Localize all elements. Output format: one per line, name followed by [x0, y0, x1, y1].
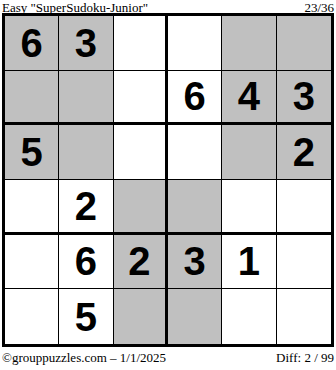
- cell-r5c6-empty[interactable]: [277, 235, 331, 290]
- cell-r3c5-empty[interactable]: [222, 125, 276, 180]
- cell-r2c1-empty[interactable]: [5, 71, 59, 126]
- cell-r5c2-given: 6: [59, 235, 113, 290]
- cell-r4c4-empty[interactable]: [168, 180, 222, 235]
- sudoku-grid: 6364352262315: [2, 13, 334, 347]
- cell-r1c2-given: 3: [59, 16, 113, 71]
- cell-r6c5-empty[interactable]: [222, 289, 276, 344]
- cell-r2c2-empty[interactable]: [59, 71, 113, 126]
- cell-r4c6-empty[interactable]: [277, 180, 331, 235]
- cell-r3c3-empty[interactable]: [114, 125, 168, 180]
- cell-r1c6-empty[interactable]: [277, 16, 331, 71]
- cell-r5c4-given: 3: [168, 235, 222, 290]
- cell-r6c6-empty[interactable]: [277, 289, 331, 344]
- cell-r4c3-empty[interactable]: [114, 180, 168, 235]
- cell-r1c3-empty[interactable]: [114, 16, 168, 71]
- cell-r6c2-given: 5: [59, 289, 113, 344]
- cell-r3c6-given: 2: [277, 125, 331, 180]
- cell-r6c4-empty[interactable]: [168, 289, 222, 344]
- cell-r2c4-given: 6: [168, 71, 222, 126]
- cell-r4c5-empty[interactable]: [222, 180, 276, 235]
- cell-r4c2-given: 2: [59, 180, 113, 235]
- footer-line: ©grouppuzzles.com – 1/1/2025 Diff: 2 / 9…: [2, 350, 334, 366]
- cell-r3c2-empty[interactable]: [59, 125, 113, 180]
- copyright-credit: ©grouppuzzles.com – 1/1/2025: [2, 350, 166, 366]
- cell-r1c1-given: 6: [5, 16, 59, 71]
- cell-r6c3-empty[interactable]: [114, 289, 168, 344]
- cell-r1c5-empty[interactable]: [222, 16, 276, 71]
- puzzle-page: Easy "SuperSudoku-Junior" 23/36 63643522…: [0, 0, 336, 370]
- cell-r2c5-given: 4: [222, 71, 276, 126]
- cell-r5c5-given: 1: [222, 235, 276, 290]
- cell-r2c3-empty[interactable]: [114, 71, 168, 126]
- cell-r4c1-empty[interactable]: [5, 180, 59, 235]
- cell-r5c3-given: 2: [114, 235, 168, 290]
- cell-r3c1-given: 5: [5, 125, 59, 180]
- cell-r2c6-given: 3: [277, 71, 331, 126]
- cell-r3c4-empty[interactable]: [168, 125, 222, 180]
- cell-r5c1-empty[interactable]: [5, 235, 59, 290]
- difficulty-label: Diff: 2 / 99: [276, 350, 334, 366]
- cell-r1c4-empty[interactable]: [168, 16, 222, 71]
- cell-r6c1-empty[interactable]: [5, 289, 59, 344]
